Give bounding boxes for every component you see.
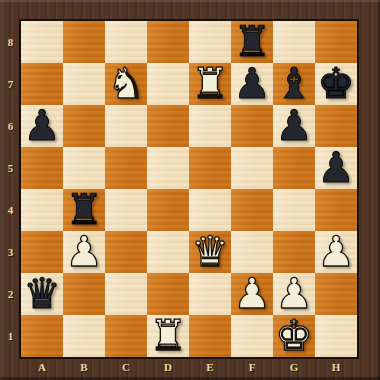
square-g8[interactable] [273, 21, 315, 63]
square-e6[interactable] [189, 105, 231, 147]
rank-label-3: 3 [0, 231, 21, 273]
file-label-g: G [273, 357, 315, 380]
square-c6[interactable] [105, 105, 147, 147]
square-e1[interactable] [189, 315, 231, 357]
square-c8[interactable] [105, 21, 147, 63]
square-c3[interactable] [105, 231, 147, 273]
square-a7[interactable] [21, 63, 63, 105]
rank-label-1: 1 [0, 315, 21, 357]
black-rook[interactable]: ♜ [231, 21, 273, 63]
black-pawn[interactable]: ♟ [273, 105, 315, 147]
square-c4[interactable] [105, 189, 147, 231]
square-a5[interactable] [21, 147, 63, 189]
chess-board: ♜♞♜♟♝♚♟♟♟♜♟♛♟♛♟♟♜♚ [21, 21, 357, 357]
square-a3[interactable] [21, 231, 63, 273]
rank-label-5: 5 [0, 147, 21, 189]
white-pawn[interactable]: ♟ [273, 273, 315, 315]
square-f7[interactable]: ♟ [231, 63, 273, 105]
square-d7[interactable] [147, 63, 189, 105]
square-b5[interactable] [63, 147, 105, 189]
file-label-c: C [105, 357, 147, 380]
black-rook[interactable]: ♜ [63, 189, 105, 231]
square-d8[interactable] [147, 21, 189, 63]
file-label-f: F [231, 357, 273, 380]
square-e4[interactable] [189, 189, 231, 231]
square-a2[interactable]: ♛ [21, 273, 63, 315]
rank-label-8: 8 [0, 21, 21, 63]
square-b4[interactable]: ♜ [63, 189, 105, 231]
white-pawn[interactable]: ♟ [315, 231, 357, 273]
square-f8[interactable]: ♜ [231, 21, 273, 63]
square-c5[interactable] [105, 147, 147, 189]
white-pawn[interactable]: ♟ [231, 273, 273, 315]
square-a6[interactable]: ♟ [21, 105, 63, 147]
black-queen[interactable]: ♛ [21, 273, 63, 315]
square-f6[interactable] [231, 105, 273, 147]
square-f4[interactable] [231, 189, 273, 231]
square-e8[interactable] [189, 21, 231, 63]
file-labels: ABCDEFGH [21, 357, 357, 380]
black-pawn[interactable]: ♟ [21, 105, 63, 147]
square-b3[interactable]: ♟ [63, 231, 105, 273]
square-d6[interactable] [147, 105, 189, 147]
square-d5[interactable] [147, 147, 189, 189]
square-a4[interactable] [21, 189, 63, 231]
square-e7[interactable]: ♜ [189, 63, 231, 105]
square-g1[interactable]: ♚ [273, 315, 315, 357]
square-h2[interactable] [315, 273, 357, 315]
square-e5[interactable] [189, 147, 231, 189]
square-f5[interactable] [231, 147, 273, 189]
square-f1[interactable] [231, 315, 273, 357]
rank-label-4: 4 [0, 189, 21, 231]
square-e3[interactable]: ♛ [189, 231, 231, 273]
square-c2[interactable] [105, 273, 147, 315]
square-h6[interactable] [315, 105, 357, 147]
square-h1[interactable] [315, 315, 357, 357]
white-pawn[interactable]: ♟ [63, 231, 105, 273]
black-king[interactable]: ♚ [315, 63, 357, 105]
file-label-d: D [147, 357, 189, 380]
square-g3[interactable] [273, 231, 315, 273]
square-a1[interactable] [21, 315, 63, 357]
file-label-e: E [189, 357, 231, 380]
rank-labels: 87654321 [0, 21, 21, 357]
white-knight[interactable]: ♞ [105, 63, 147, 105]
square-b1[interactable] [63, 315, 105, 357]
black-bishop[interactable]: ♝ [273, 63, 315, 105]
square-f2[interactable]: ♟ [231, 273, 273, 315]
white-rook[interactable]: ♜ [189, 63, 231, 105]
square-b7[interactable] [63, 63, 105, 105]
square-h8[interactable] [315, 21, 357, 63]
square-a8[interactable] [21, 21, 63, 63]
square-b6[interactable] [63, 105, 105, 147]
square-e2[interactable] [189, 273, 231, 315]
square-f3[interactable] [231, 231, 273, 273]
square-d2[interactable] [147, 273, 189, 315]
white-queen[interactable]: ♛ [189, 231, 231, 273]
square-g5[interactable] [273, 147, 315, 189]
rank-label-2: 2 [0, 273, 21, 315]
file-label-a: A [21, 357, 63, 380]
file-label-b: B [63, 357, 105, 380]
square-b8[interactable] [63, 21, 105, 63]
chess-board-frame: 87654321 ♜♞♜♟♝♚♟♟♟♜♟♛♟♛♟♟♜♚ ABCDEFGH [0, 0, 380, 380]
rank-label-6: 6 [0, 105, 21, 147]
black-pawn[interactable]: ♟ [315, 147, 357, 189]
square-c1[interactable] [105, 315, 147, 357]
square-d4[interactable] [147, 189, 189, 231]
square-g7[interactable]: ♝ [273, 63, 315, 105]
square-c7[interactable]: ♞ [105, 63, 147, 105]
black-pawn[interactable]: ♟ [231, 63, 273, 105]
square-h4[interactable] [315, 189, 357, 231]
square-d3[interactable] [147, 231, 189, 273]
square-h3[interactable]: ♟ [315, 231, 357, 273]
square-g6[interactable]: ♟ [273, 105, 315, 147]
square-h5[interactable]: ♟ [315, 147, 357, 189]
white-rook[interactable]: ♜ [147, 315, 189, 357]
file-label-h: H [315, 357, 357, 380]
square-g2[interactable]: ♟ [273, 273, 315, 315]
square-h7[interactable]: ♚ [315, 63, 357, 105]
white-king[interactable]: ♚ [273, 315, 315, 357]
square-g4[interactable] [273, 189, 315, 231]
square-b2[interactable] [63, 273, 105, 315]
square-d1[interactable]: ♜ [147, 315, 189, 357]
rank-label-7: 7 [0, 63, 21, 105]
